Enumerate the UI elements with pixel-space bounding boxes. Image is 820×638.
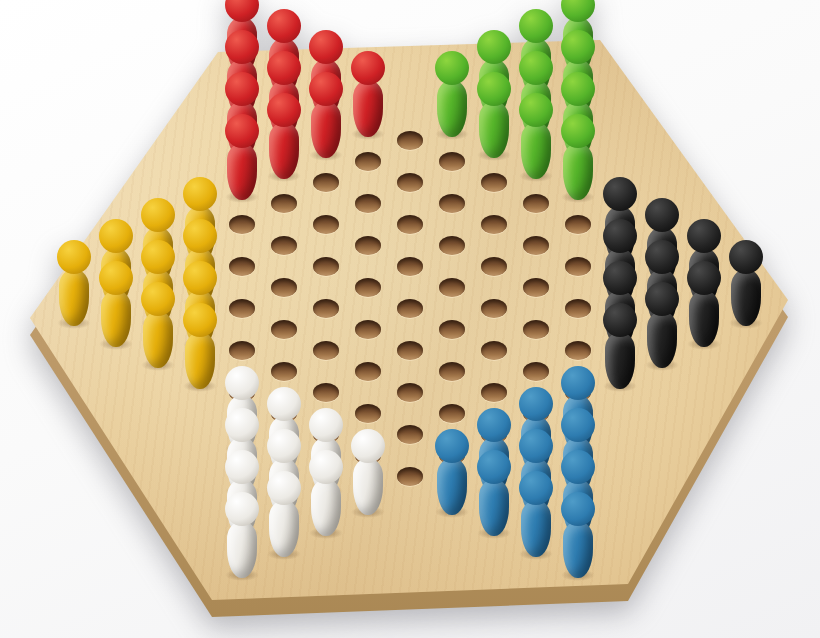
hole[interactable] (355, 236, 381, 255)
peg-body (521, 501, 551, 557)
peg-body (647, 312, 677, 368)
peg-body (479, 102, 509, 158)
peg-body (437, 459, 467, 515)
peg-body (185, 333, 215, 389)
peg-yellow[interactable] (140, 282, 176, 368)
peg-head (603, 261, 637, 295)
hole[interactable] (397, 173, 423, 192)
peg-head (267, 471, 301, 505)
peg-head (519, 471, 553, 505)
hole[interactable] (481, 257, 507, 276)
peg-red[interactable] (266, 93, 302, 179)
peg-head (603, 303, 637, 337)
hole[interactable] (313, 299, 339, 318)
peg-head (267, 387, 301, 421)
peg-head (351, 51, 385, 85)
peg-blue[interactable] (434, 429, 470, 515)
hole[interactable] (271, 194, 297, 213)
hole[interactable] (229, 299, 255, 318)
peg-white[interactable] (308, 450, 344, 536)
peg-blue[interactable] (476, 450, 512, 536)
hole[interactable] (397, 257, 423, 276)
hole[interactable] (313, 341, 339, 360)
hole[interactable] (481, 173, 507, 192)
hole[interactable] (397, 299, 423, 318)
peg-head (519, 429, 553, 463)
hole[interactable] (481, 215, 507, 234)
peg-head (309, 72, 343, 106)
peg-head (561, 114, 595, 148)
peg-head (141, 198, 175, 232)
peg-head (477, 30, 511, 64)
hole[interactable] (397, 425, 423, 444)
peg-green[interactable] (476, 72, 512, 158)
peg-body (227, 144, 257, 200)
peg-head (561, 0, 595, 22)
hole[interactable] (229, 341, 255, 360)
peg-head (225, 72, 259, 106)
peg-head (183, 261, 217, 295)
hole[interactable] (439, 278, 465, 297)
peg-red[interactable] (308, 72, 344, 158)
peg-head (477, 408, 511, 442)
chinese-checkers-photo (0, 0, 820, 638)
peg-head (99, 261, 133, 295)
peg-head (141, 240, 175, 274)
hole[interactable] (397, 131, 423, 150)
peg-yellow[interactable] (98, 261, 134, 347)
peg-head (561, 366, 595, 400)
peg-head (435, 429, 469, 463)
peg-head (477, 450, 511, 484)
hole[interactable] (523, 236, 549, 255)
board (0, 0, 820, 638)
peg-head (477, 72, 511, 106)
peg-head (561, 450, 595, 484)
peg-head (561, 30, 595, 64)
peg-head (519, 51, 553, 85)
peg-head (561, 408, 595, 442)
hole[interactable] (439, 362, 465, 381)
peg-head (225, 30, 259, 64)
peg-black[interactable] (728, 240, 764, 326)
hole[interactable] (313, 173, 339, 192)
hole[interactable] (271, 320, 297, 339)
peg-head (225, 0, 259, 22)
hole[interactable] (565, 215, 591, 234)
peg-head (309, 30, 343, 64)
hole[interactable] (565, 341, 591, 360)
hole[interactable] (481, 299, 507, 318)
peg-black[interactable] (644, 282, 680, 368)
peg-head (435, 51, 469, 85)
hole[interactable] (271, 236, 297, 255)
peg-head (519, 387, 553, 421)
peg-body (437, 81, 467, 137)
peg-body (59, 270, 89, 326)
hole[interactable] (439, 194, 465, 213)
peg-head (225, 114, 259, 148)
peg-red[interactable] (224, 114, 260, 200)
peg-green[interactable] (518, 93, 554, 179)
peg-white[interactable] (224, 492, 260, 578)
peg-head (183, 303, 217, 337)
peg-body (101, 291, 131, 347)
peg-head (519, 93, 553, 127)
peg-green[interactable] (560, 114, 596, 200)
peg-body (731, 270, 761, 326)
peg-yellow[interactable] (56, 240, 92, 326)
peg-head (225, 492, 259, 526)
peg-body (353, 459, 383, 515)
peg-head (267, 9, 301, 43)
hole[interactable] (439, 404, 465, 423)
peg-blue[interactable] (560, 492, 596, 578)
peg-head (183, 219, 217, 253)
peg-red[interactable] (350, 51, 386, 137)
peg-body (521, 123, 551, 179)
peg-head (99, 219, 133, 253)
peg-head (57, 240, 91, 274)
peg-head (267, 93, 301, 127)
peg-black[interactable] (602, 303, 638, 389)
peg-head (309, 408, 343, 442)
peg-body (311, 480, 341, 536)
hole[interactable] (397, 215, 423, 234)
hole[interactable] (523, 362, 549, 381)
hole[interactable] (313, 215, 339, 234)
peg-head (561, 492, 595, 526)
peg-black[interactable] (686, 261, 722, 347)
peg-head (225, 450, 259, 484)
peg-head (225, 408, 259, 442)
hole[interactable] (397, 383, 423, 402)
peg-head (603, 219, 637, 253)
peg-body (269, 501, 299, 557)
board-cells (0, 0, 820, 638)
peg-head (645, 282, 679, 316)
hole[interactable] (439, 320, 465, 339)
peg-yellow[interactable] (182, 303, 218, 389)
peg-body (227, 522, 257, 578)
hole[interactable] (565, 299, 591, 318)
peg-head (183, 177, 217, 211)
peg-head (267, 429, 301, 463)
peg-white[interactable] (266, 471, 302, 557)
peg-head (267, 51, 301, 85)
peg-head (561, 72, 595, 106)
hole[interactable] (439, 152, 465, 171)
peg-green[interactable] (434, 51, 470, 137)
hole[interactable] (271, 362, 297, 381)
hole[interactable] (355, 278, 381, 297)
peg-body (353, 81, 383, 137)
peg-body (143, 312, 173, 368)
hole[interactable] (355, 194, 381, 213)
hole[interactable] (397, 467, 423, 486)
hole[interactable] (355, 362, 381, 381)
hole[interactable] (229, 215, 255, 234)
peg-body (479, 480, 509, 536)
peg-body (269, 123, 299, 179)
peg-head (141, 282, 175, 316)
hole[interactable] (355, 152, 381, 171)
hole[interactable] (439, 236, 465, 255)
hole[interactable] (565, 257, 591, 276)
peg-white[interactable] (350, 429, 386, 515)
peg-head (687, 219, 721, 253)
peg-head (729, 240, 763, 274)
peg-head (645, 198, 679, 232)
peg-body (689, 291, 719, 347)
hole[interactable] (355, 404, 381, 423)
hole[interactable] (229, 257, 255, 276)
peg-head (351, 429, 385, 463)
peg-head (687, 261, 721, 295)
hole[interactable] (355, 320, 381, 339)
peg-body (563, 144, 593, 200)
peg-body (311, 102, 341, 158)
hole[interactable] (481, 383, 507, 402)
peg-blue[interactable] (518, 471, 554, 557)
hole[interactable] (313, 257, 339, 276)
hole[interactable] (523, 278, 549, 297)
peg-head (603, 177, 637, 211)
hole[interactable] (397, 341, 423, 360)
peg-head (309, 450, 343, 484)
peg-body (605, 333, 635, 389)
hole[interactable] (523, 194, 549, 213)
peg-head (225, 366, 259, 400)
peg-head (645, 240, 679, 274)
hole[interactable] (481, 341, 507, 360)
hole[interactable] (271, 278, 297, 297)
hole[interactable] (523, 320, 549, 339)
peg-body (563, 522, 593, 578)
hole[interactable] (313, 383, 339, 402)
peg-head (519, 9, 553, 43)
